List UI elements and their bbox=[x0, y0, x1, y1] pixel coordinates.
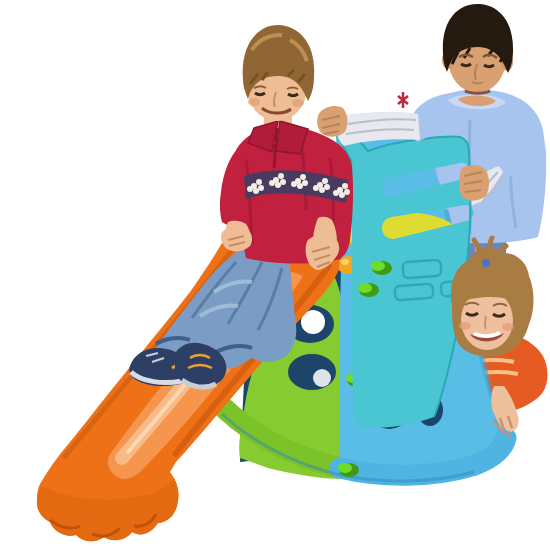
product-photo bbox=[0, 0, 550, 550]
girl-nose bbox=[485, 316, 486, 329]
grip bbox=[371, 261, 385, 271]
playset-scene bbox=[0, 0, 550, 550]
sleeve-logo bbox=[398, 92, 408, 108]
grip bbox=[338, 463, 352, 473]
blush bbox=[459, 322, 471, 330]
blush bbox=[292, 99, 304, 107]
cap-knob-highlight bbox=[341, 259, 349, 265]
grip bbox=[358, 283, 372, 293]
blush bbox=[248, 98, 260, 106]
through-hole bbox=[313, 369, 331, 387]
hair-tie bbox=[482, 259, 490, 267]
blush bbox=[502, 323, 514, 331]
boy-standing-right-hand bbox=[459, 165, 489, 200]
